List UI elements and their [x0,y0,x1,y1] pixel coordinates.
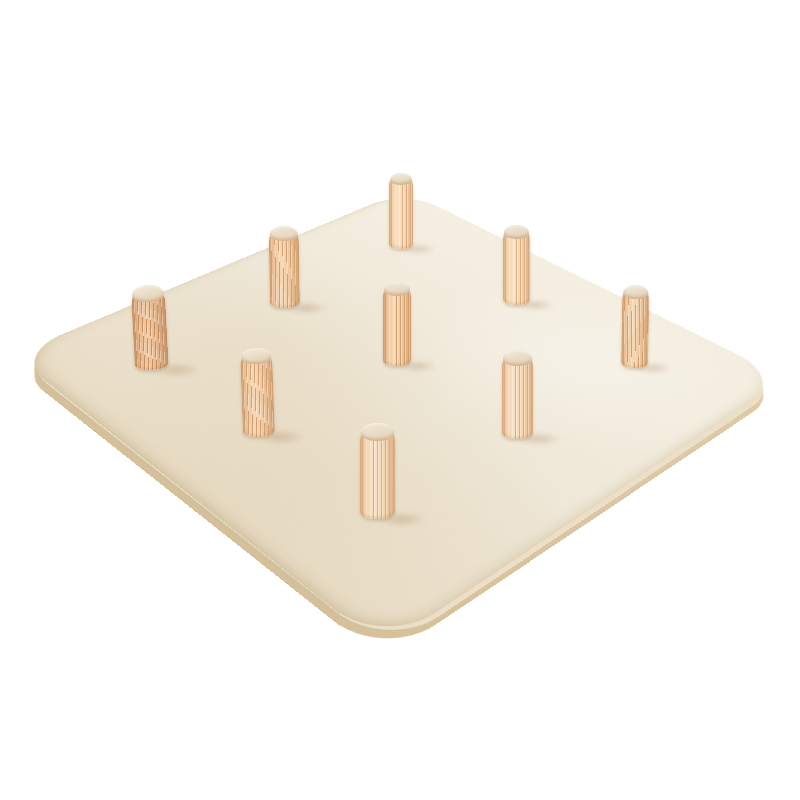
peg-top-cap [361,423,394,441]
peg-r2c1[interactable] [240,347,275,437]
peg-top-cap [384,282,410,296]
peg-r1c1[interactable] [383,282,411,366]
peg-r0c1[interactable] [503,225,530,305]
peg-top-cap [269,226,297,241]
peg-top-cap [503,350,532,366]
peg-top-cap [390,173,413,185]
peg-r0c2[interactable] [621,285,649,368]
pegs-layer [0,0,800,800]
peg-top-cap [623,285,649,299]
peg-r2c2[interactable] [360,423,395,519]
peg-r0c0[interactable] [389,173,413,249]
peg-top-cap [241,348,272,365]
peg-r1c2[interactable] [502,350,533,439]
scene [0,0,800,800]
peg-top-cap [504,225,529,239]
peg-r1c0[interactable] [269,226,300,309]
peg-top-cap [132,284,165,303]
peg-r2c0[interactable] [131,284,169,371]
